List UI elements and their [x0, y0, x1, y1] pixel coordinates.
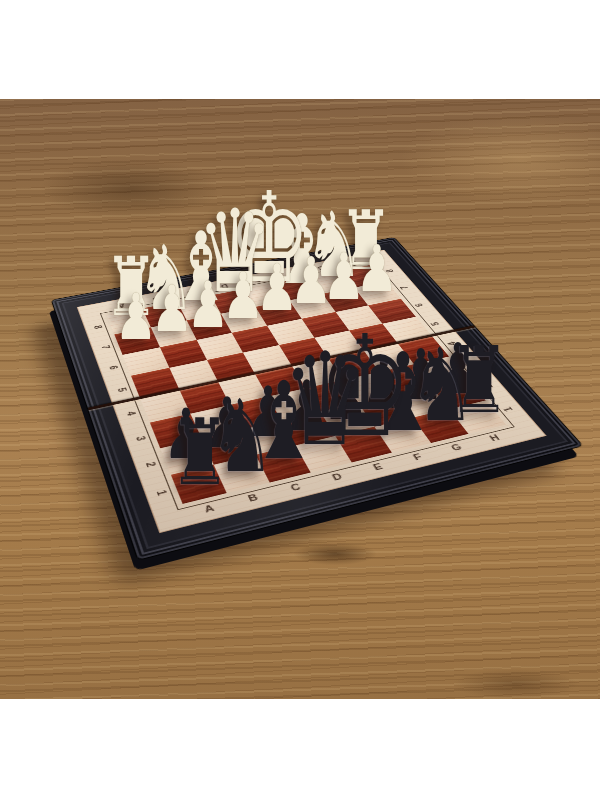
coordinate-label: H [488, 433, 502, 442]
coordinate-label: 6 [414, 303, 426, 308]
coordinate-label: 6 [107, 365, 119, 371]
coordinate-label: G [450, 443, 464, 453]
piece-black-rook[interactable]: ♜ [169, 407, 229, 498]
product-photo-page: ABCDEFGH ABCDEFGH 87654321 87654321 ♜♞♝♛… [0, 0, 600, 800]
coordinate-label: 5 [116, 387, 129, 393]
coordinate-label: 7 [399, 285, 410, 290]
coordinate-label: 3 [134, 435, 147, 442]
coordinate-label: 4 [124, 410, 137, 416]
coordinate-label: 7 [99, 344, 111, 349]
coordinate-label: 1 [154, 489, 168, 497]
coordinate-label: C [289, 482, 302, 492]
coordinate-label: 8 [92, 325, 104, 330]
piece-white-pawn[interactable]: ♟ [151, 277, 193, 341]
coordinate-label: 2 [144, 461, 158, 468]
piece-white-pawn[interactable]: ♟ [115, 285, 157, 349]
